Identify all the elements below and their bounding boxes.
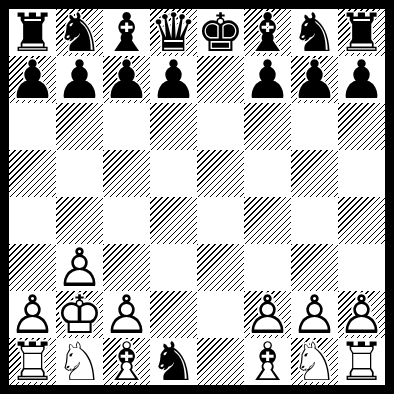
square-c6[interactable] [103,103,150,150]
white-pawn-backing: ♟ [9,291,56,338]
piece-white-knight[interactable]: ♘ [56,338,103,385]
piece-black-bishop[interactable]: ♝ [244,9,291,56]
square-b5[interactable] [56,150,103,197]
chess-board: ♜♞♝♛♚♝♞♜♟♟♟♟♟♟♟♟♙♟♙♚♔♟♙♟♙♟♙♟♙♜♖♞♘♝♗♞♝♗♞♘… [9,9,385,385]
square-c5[interactable] [103,150,150,197]
square-f4[interactable] [244,197,291,244]
square-g1[interactable]: ♞♘ [291,338,338,385]
piece-white-pawn[interactable]: ♙ [103,291,150,338]
piece-black-rook[interactable]: ♜ [338,9,385,56]
square-e7[interactable] [197,56,244,103]
piece-black-pawn[interactable]: ♟ [56,56,103,103]
square-a8[interactable]: ♜ [9,9,56,56]
board-frame: ♜♞♝♛♚♝♞♜♟♟♟♟♟♟♟♟♙♟♙♚♔♟♙♟♙♟♙♟♙♜♖♞♘♝♗♞♝♗♞♘… [0,0,394,394]
square-g2[interactable]: ♟♙ [291,291,338,338]
square-h8[interactable]: ♜ [338,9,385,56]
square-a3[interactable] [9,244,56,291]
white-king-backing: ♚ [56,291,103,338]
square-g8[interactable]: ♞ [291,9,338,56]
square-d2[interactable] [150,291,197,338]
square-d4[interactable] [150,197,197,244]
square-g4[interactable] [291,197,338,244]
piece-black-pawn[interactable]: ♟ [338,56,385,103]
square-h1[interactable]: ♜♖ [338,338,385,385]
white-bishop-backing: ♝ [244,338,291,385]
white-rook-backing: ♜ [9,338,56,385]
square-h7[interactable]: ♟ [338,56,385,103]
square-d5[interactable] [150,150,197,197]
square-f6[interactable] [244,103,291,150]
piece-black-knight[interactable]: ♞ [150,338,197,385]
square-a6[interactable] [9,103,56,150]
square-f3[interactable] [244,244,291,291]
piece-white-pawn[interactable]: ♙ [338,291,385,338]
square-a4[interactable] [9,197,56,244]
square-b7[interactable]: ♟ [56,56,103,103]
square-e6[interactable] [197,103,244,150]
square-b6[interactable] [56,103,103,150]
square-a5[interactable] [9,150,56,197]
square-h6[interactable] [338,103,385,150]
square-d6[interactable] [150,103,197,150]
square-g6[interactable] [291,103,338,150]
white-pawn-backing: ♟ [244,291,291,338]
square-c7[interactable]: ♟ [103,56,150,103]
piece-white-pawn[interactable]: ♙ [9,291,56,338]
square-c1[interactable]: ♝♗ [103,338,150,385]
square-f5[interactable] [244,150,291,197]
square-c8[interactable]: ♝ [103,9,150,56]
piece-black-knight[interactable]: ♞ [56,9,103,56]
square-e8[interactable]: ♚ [197,9,244,56]
square-c3[interactable] [103,244,150,291]
piece-white-pawn[interactable]: ♙ [291,291,338,338]
square-h4[interactable] [338,197,385,244]
square-g7[interactable]: ♟ [291,56,338,103]
piece-white-pawn[interactable]: ♙ [56,244,103,291]
square-f7[interactable]: ♟ [244,56,291,103]
piece-black-bishop[interactable]: ♝ [103,9,150,56]
square-f2[interactable]: ♟♙ [244,291,291,338]
square-e5[interactable] [197,150,244,197]
square-b4[interactable] [56,197,103,244]
white-pawn-backing: ♟ [291,291,338,338]
piece-white-bishop[interactable]: ♗ [103,338,150,385]
square-b3[interactable]: ♟♙ [56,244,103,291]
white-pawn-backing: ♟ [56,244,103,291]
piece-white-pawn[interactable]: ♙ [244,291,291,338]
piece-black-knight[interactable]: ♞ [291,9,338,56]
square-b2[interactable]: ♚♔ [56,291,103,338]
square-d3[interactable] [150,244,197,291]
piece-black-pawn[interactable]: ♟ [103,56,150,103]
piece-black-queen[interactable]: ♛ [150,9,197,56]
square-e1[interactable] [197,338,244,385]
square-f1[interactable]: ♝♗ [244,338,291,385]
square-a1[interactable]: ♜♖ [9,338,56,385]
square-d1[interactable]: ♞ [150,338,197,385]
square-h5[interactable] [338,150,385,197]
white-pawn-backing: ♟ [103,291,150,338]
square-h2[interactable]: ♟♙ [338,291,385,338]
piece-black-pawn[interactable]: ♟ [244,56,291,103]
piece-white-king[interactable]: ♔ [56,291,103,338]
square-a2[interactable]: ♟♙ [9,291,56,338]
square-b1[interactable]: ♞♘ [56,338,103,385]
white-rook-backing: ♜ [338,338,385,385]
piece-white-rook[interactable]: ♖ [9,338,56,385]
white-pawn-backing: ♟ [338,291,385,338]
piece-black-pawn[interactable]: ♟ [150,56,197,103]
white-knight-backing: ♞ [291,338,338,385]
square-f8[interactable]: ♝ [244,9,291,56]
square-h3[interactable] [338,244,385,291]
square-d7[interactable]: ♟ [150,56,197,103]
square-e3[interactable] [197,244,244,291]
piece-white-bishop[interactable]: ♗ [244,338,291,385]
square-c4[interactable] [103,197,150,244]
white-knight-backing: ♞ [56,338,103,385]
square-g3[interactable] [291,244,338,291]
square-c2[interactable]: ♟♙ [103,291,150,338]
white-bishop-backing: ♝ [103,338,150,385]
square-a7[interactable]: ♟ [9,56,56,103]
piece-black-pawn[interactable]: ♟ [291,56,338,103]
square-d8[interactable]: ♛ [150,9,197,56]
piece-black-king[interactable]: ♚ [197,9,244,56]
square-b8[interactable]: ♞ [56,9,103,56]
piece-white-knight[interactable]: ♘ [291,338,338,385]
piece-black-rook[interactable]: ♜ [9,9,56,56]
square-g5[interactable] [291,150,338,197]
square-e4[interactable] [197,197,244,244]
piece-white-rook[interactable]: ♖ [338,338,385,385]
piece-black-pawn[interactable]: ♟ [9,56,56,103]
square-e2[interactable] [197,291,244,338]
